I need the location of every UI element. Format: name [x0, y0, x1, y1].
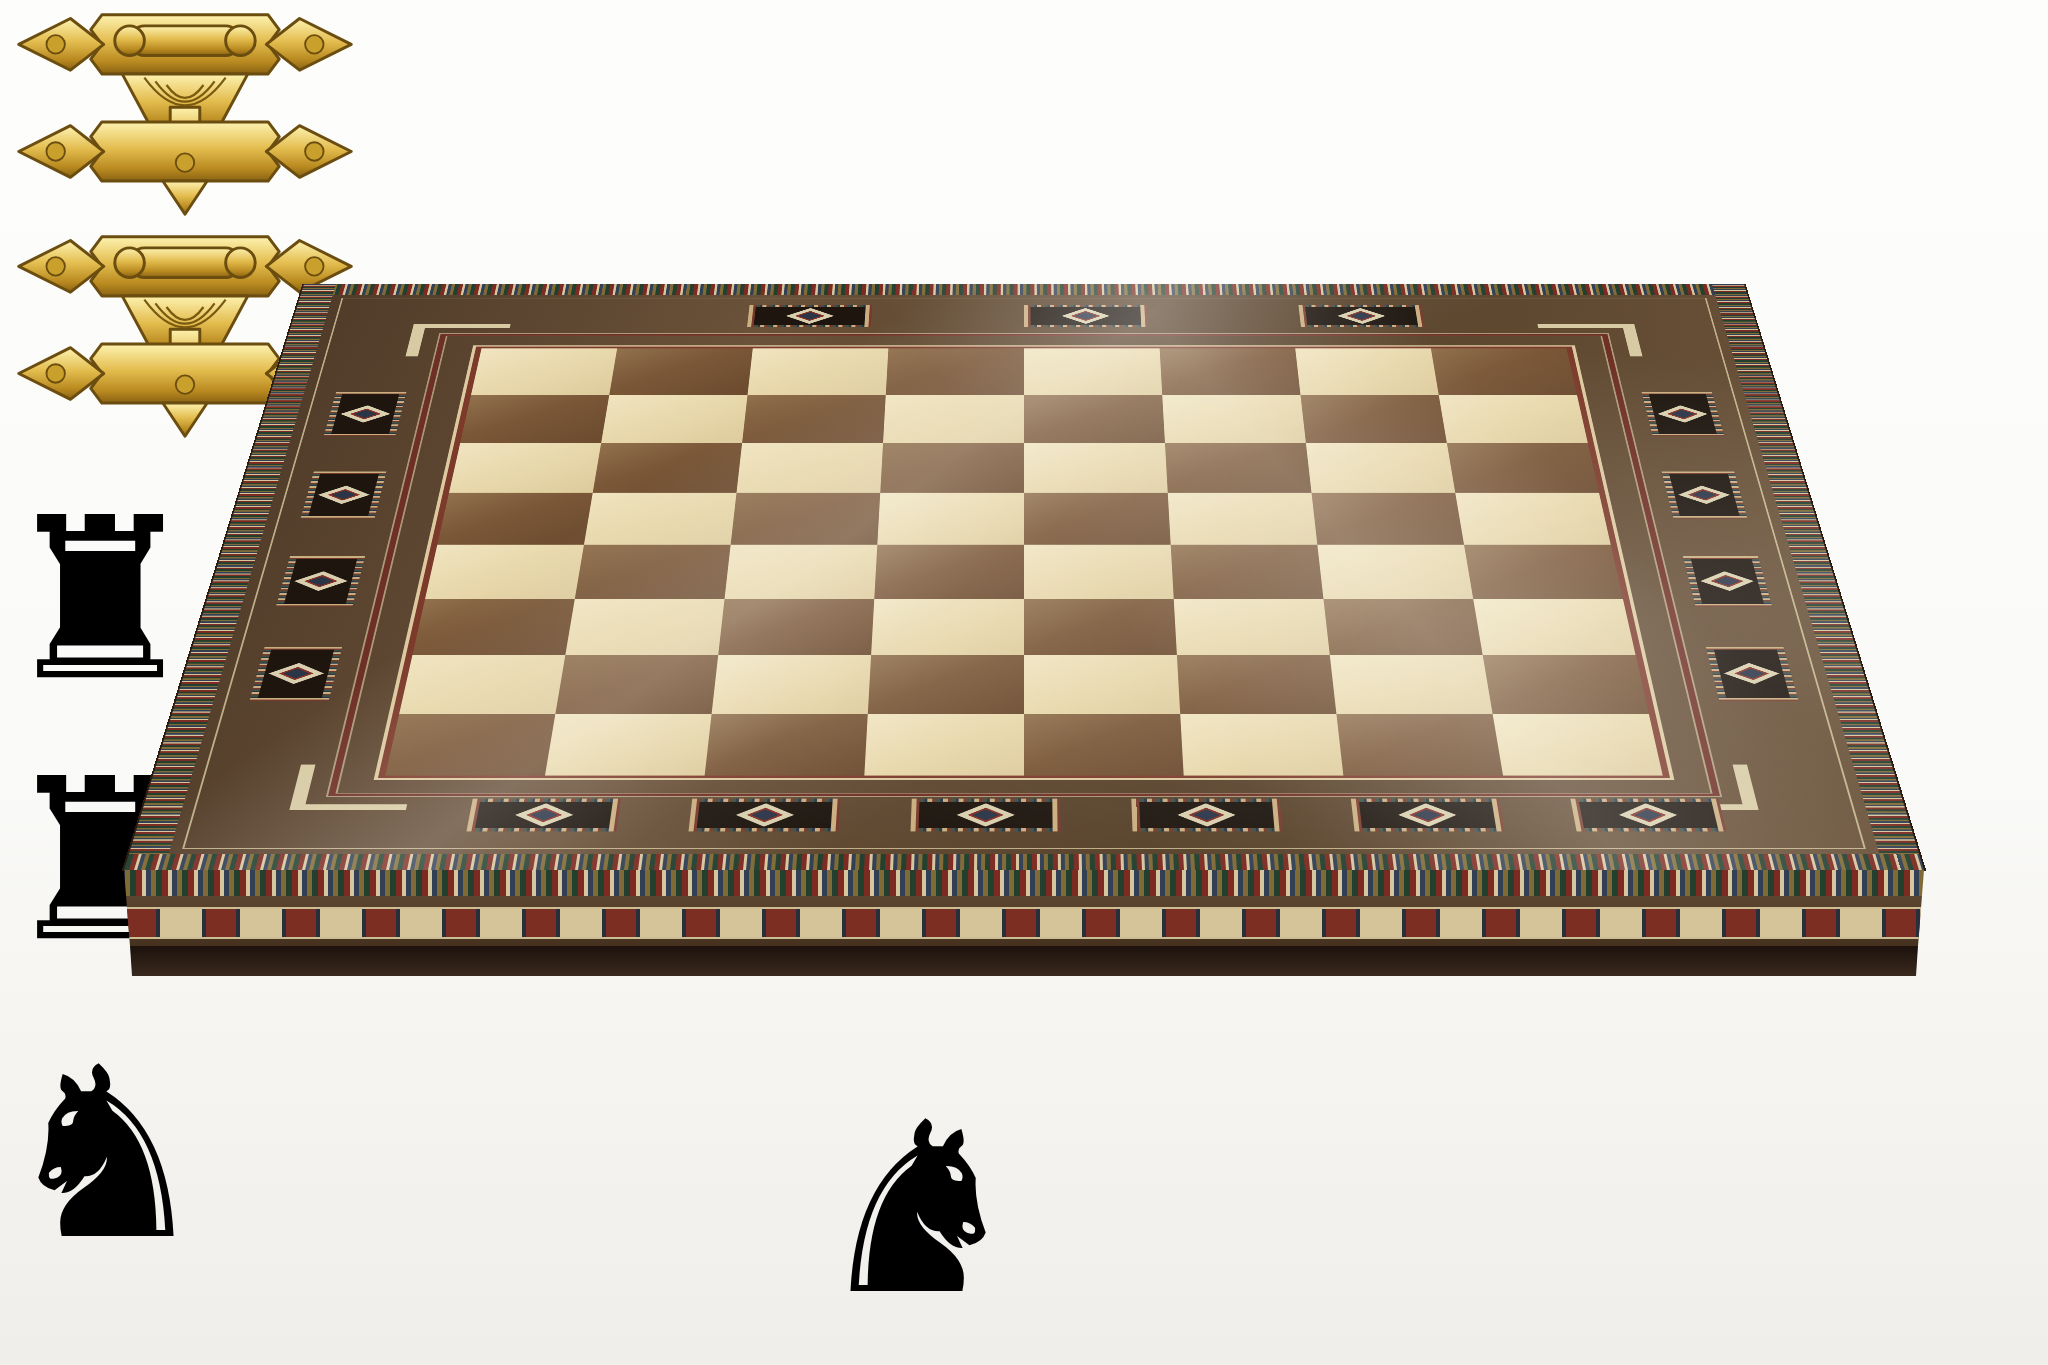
square-h3[interactable] — [1473, 599, 1635, 655]
square-c2[interactable] — [712, 655, 872, 714]
lid-inlay-blocks — [0, 907, 2048, 939]
board-grid — [385, 348, 1662, 775]
square-g7[interactable] — [1300, 395, 1446, 443]
square-c3[interactable] — [718, 599, 874, 655]
diamond-medallion-icon — [1570, 799, 1726, 832]
square-a6[interactable] — [449, 443, 601, 493]
square-f1[interactable] — [1180, 714, 1343, 775]
brass-latch-left[interactable] — [0, 0, 2048, 222]
diamond-medallion-icon — [1683, 556, 1772, 606]
square-d7[interactable] — [883, 395, 1024, 443]
chess-board-top — [124, 284, 1924, 870]
square-h4[interactable] — [1464, 545, 1623, 599]
lid-front-edge — [0, 870, 2048, 946]
square-a1[interactable] — [385, 714, 555, 775]
square-e4[interactable] — [1024, 545, 1174, 599]
square-c1[interactable] — [705, 714, 868, 775]
diamond-medallion-icon — [301, 472, 387, 519]
diamond-medallion-icon — [911, 799, 1061, 832]
square-c8[interactable] — [748, 348, 889, 394]
square-e7[interactable] — [1024, 395, 1165, 443]
square-b8[interactable] — [609, 348, 752, 394]
square-e3[interactable] — [1024, 599, 1177, 655]
square-d1[interactable] — [864, 714, 1024, 775]
square-g2[interactable] — [1330, 655, 1493, 714]
square-e1[interactable] — [1024, 714, 1184, 775]
square-e8[interactable] — [1024, 348, 1162, 394]
diamond-medallion-icon — [1706, 647, 1799, 701]
square-b1[interactable] — [545, 714, 712, 775]
square-a3[interactable] — [412, 599, 574, 655]
square-e5[interactable] — [1024, 493, 1171, 545]
diamond-medallion-icon — [324, 392, 407, 436]
square-f4[interactable] — [1171, 545, 1324, 599]
square-h7[interactable] — [1439, 395, 1588, 443]
square-b6[interactable] — [593, 443, 742, 493]
square-d2[interactable] — [868, 655, 1024, 714]
square-b5[interactable] — [584, 493, 737, 545]
square-b3[interactable] — [565, 599, 724, 655]
square-a2[interactable] — [399, 655, 565, 714]
square-h6[interactable] — [1447, 443, 1599, 493]
lid-seam — [0, 946, 2048, 976]
square-b4[interactable] — [575, 545, 731, 599]
square-g5[interactable] — [1311, 493, 1464, 545]
square-d6[interactable] — [880, 443, 1024, 493]
square-d8[interactable] — [886, 348, 1024, 394]
edge-stripe-front — [124, 854, 1924, 870]
square-c5[interactable] — [731, 493, 881, 545]
square-b2[interactable] — [555, 655, 718, 714]
square-f3[interactable] — [1174, 599, 1330, 655]
square-g1[interactable] — [1336, 714, 1503, 775]
square-c7[interactable] — [742, 395, 886, 443]
piece-shadow — [0, 444, 103, 469]
square-g4[interactable] — [1317, 545, 1473, 599]
square-g6[interactable] — [1306, 443, 1455, 493]
square-a8[interactable] — [471, 348, 617, 394]
diamond-medallion-icon — [250, 647, 343, 701]
square-h2[interactable] — [1483, 655, 1649, 714]
piece-shadow — [0, 991, 109, 1017]
rope-inlay-strip — [0, 870, 2048, 896]
diamond-medallion-icon — [466, 799, 621, 832]
square-f7[interactable] — [1162, 395, 1306, 443]
square-f8[interactable] — [1160, 348, 1301, 394]
square-c6[interactable] — [737, 443, 884, 493]
square-a5[interactable] — [437, 493, 592, 545]
diamond-medallion-icon — [1298, 305, 1424, 327]
square-g8[interactable] — [1295, 348, 1438, 394]
square-f5[interactable] — [1168, 493, 1318, 545]
square-e2[interactable] — [1024, 655, 1180, 714]
square-g3[interactable] — [1323, 599, 1482, 655]
diamond-medallion-icon — [1662, 472, 1748, 519]
square-d4[interactable] — [874, 545, 1024, 599]
square-d5[interactable] — [877, 493, 1024, 545]
square-e6[interactable] — [1024, 443, 1168, 493]
square-d3[interactable] — [871, 599, 1024, 655]
square-h8[interactable] — [1431, 348, 1577, 394]
square-h5[interactable] — [1455, 493, 1610, 545]
diamond-medallion-icon — [1024, 305, 1148, 327]
diamond-medallion-icon — [1131, 799, 1282, 832]
diamond-medallion-icon — [276, 556, 365, 606]
edge-stripe-back — [301, 284, 1748, 294]
square-b7[interactable] — [601, 395, 747, 443]
diamond-medallion-icon — [1351, 799, 1505, 832]
square-c4[interactable] — [725, 545, 878, 599]
square-f6[interactable] — [1165, 443, 1312, 493]
diamond-medallion-icon — [688, 799, 840, 832]
diamond-medallion-icon — [1642, 392, 1725, 436]
studio-scene: ♜♜♞♞♝♝♚♚♛♛♝♝♞♞♜♜♟♟♟♟♟♟♟♟♟♟♟♟♟♟♟♟♟♟♟♟♟♟♟♟… — [0, 0, 2048, 1365]
piece-black-knight-b8[interactable]: ♞ — [0, 1072, 1024, 1347]
square-a7[interactable] — [460, 395, 609, 443]
square-a4[interactable] — [425, 545, 584, 599]
square-h1[interactable] — [1493, 714, 1663, 775]
lid-side-wood — [0, 896, 2048, 946]
diamond-medallion-icon — [747, 305, 872, 327]
square-f2[interactable] — [1177, 655, 1337, 714]
board-field-frame — [374, 345, 1675, 779]
